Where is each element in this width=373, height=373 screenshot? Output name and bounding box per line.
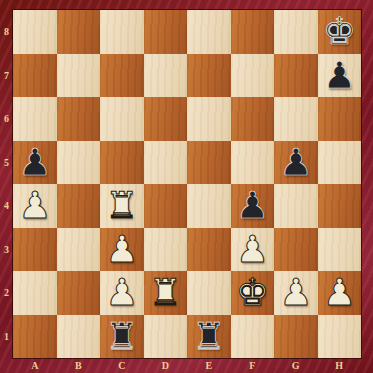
rank-label-5: 5: [0, 141, 13, 185]
black-pawn-f4[interactable]: ♟: [236, 184, 269, 227]
square-h1[interactable]: [318, 315, 362, 359]
rank-labels: 87654321: [0, 10, 13, 358]
chess-board: ♚♟♟♟♟♜♟♟♟♟♜♚♟♟♜♜: [13, 10, 361, 358]
file-label-b: B: [57, 358, 101, 373]
file-label-h: H: [318, 358, 362, 373]
file-label-a: A: [13, 358, 57, 373]
square-c7[interactable]: [100, 54, 144, 98]
black-rook-c1[interactable]: ♜: [105, 315, 138, 358]
square-f2[interactable]: ♚: [231, 271, 275, 315]
square-e7[interactable]: [187, 54, 231, 98]
white-rook-d2[interactable]: ♜: [149, 271, 182, 314]
square-h3[interactable]: [318, 228, 362, 272]
black-pawn-a5[interactable]: ♟: [18, 141, 51, 184]
square-a5[interactable]: ♟: [13, 141, 57, 185]
black-king-h8[interactable]: ♚: [323, 10, 356, 53]
square-d2[interactable]: ♜: [144, 271, 188, 315]
square-a4[interactable]: ♟: [13, 184, 57, 228]
square-g4[interactable]: [274, 184, 318, 228]
square-h5[interactable]: [318, 141, 362, 185]
white-pawn-c3[interactable]: ♟: [105, 228, 138, 271]
square-g8[interactable]: [274, 10, 318, 54]
square-g2[interactable]: ♟: [274, 271, 318, 315]
chess-board-frame: 87654321 ABCDEFGH ♚♟♟♟♟♜♟♟♟♟♜♚♟♟♜♜: [0, 0, 373, 373]
black-rook-e1[interactable]: ♜: [192, 315, 225, 358]
square-e2[interactable]: [187, 271, 231, 315]
square-b1[interactable]: [57, 315, 101, 359]
square-d4[interactable]: [144, 184, 188, 228]
square-c4[interactable]: ♜: [100, 184, 144, 228]
file-label-g: G: [274, 358, 318, 373]
square-c2[interactable]: ♟: [100, 271, 144, 315]
square-g5[interactable]: ♟: [274, 141, 318, 185]
square-h8[interactable]: ♚: [318, 10, 362, 54]
square-e4[interactable]: [187, 184, 231, 228]
square-b5[interactable]: [57, 141, 101, 185]
square-e5[interactable]: [187, 141, 231, 185]
square-c5[interactable]: [100, 141, 144, 185]
square-b3[interactable]: [57, 228, 101, 272]
square-b2[interactable]: [57, 271, 101, 315]
square-d5[interactable]: [144, 141, 188, 185]
square-d6[interactable]: [144, 97, 188, 141]
square-g1[interactable]: [274, 315, 318, 359]
black-pawn-h7[interactable]: ♟: [323, 54, 356, 97]
rank-label-8: 8: [0, 10, 13, 54]
square-b8[interactable]: [57, 10, 101, 54]
white-rook-c4[interactable]: ♜: [105, 184, 138, 227]
square-f1[interactable]: [231, 315, 275, 359]
white-pawn-f3[interactable]: ♟: [236, 228, 269, 271]
rank-label-4: 4: [0, 184, 13, 228]
square-h6[interactable]: [318, 97, 362, 141]
square-e1[interactable]: ♜: [187, 315, 231, 359]
square-f3[interactable]: ♟: [231, 228, 275, 272]
square-f6[interactable]: [231, 97, 275, 141]
square-c1[interactable]: ♜: [100, 315, 144, 359]
rank-label-3: 3: [0, 228, 13, 272]
square-h4[interactable]: [318, 184, 362, 228]
square-e3[interactable]: [187, 228, 231, 272]
file-labels: ABCDEFGH: [13, 358, 361, 373]
file-label-e: E: [187, 358, 231, 373]
square-a7[interactable]: [13, 54, 57, 98]
square-f4[interactable]: ♟: [231, 184, 275, 228]
rank-label-1: 1: [0, 315, 13, 359]
square-f8[interactable]: [231, 10, 275, 54]
square-h7[interactable]: ♟: [318, 54, 362, 98]
square-g3[interactable]: [274, 228, 318, 272]
square-a3[interactable]: [13, 228, 57, 272]
square-a8[interactable]: [13, 10, 57, 54]
square-a2[interactable]: [13, 271, 57, 315]
square-d8[interactable]: [144, 10, 188, 54]
square-c3[interactable]: ♟: [100, 228, 144, 272]
black-pawn-g5[interactable]: ♟: [279, 141, 312, 184]
square-c6[interactable]: [100, 97, 144, 141]
square-a1[interactable]: [13, 315, 57, 359]
file-label-c: C: [100, 358, 144, 373]
rank-label-2: 2: [0, 271, 13, 315]
rank-label-6: 6: [0, 97, 13, 141]
file-label-d: D: [144, 358, 188, 373]
square-b6[interactable]: [57, 97, 101, 141]
square-g7[interactable]: [274, 54, 318, 98]
rank-label-7: 7: [0, 54, 13, 98]
square-d3[interactable]: [144, 228, 188, 272]
square-a6[interactable]: [13, 97, 57, 141]
square-b4[interactable]: [57, 184, 101, 228]
square-h2[interactable]: ♟: [318, 271, 362, 315]
white-pawn-g2[interactable]: ♟: [279, 271, 312, 314]
white-pawn-a4[interactable]: ♟: [18, 184, 51, 227]
square-e6[interactable]: [187, 97, 231, 141]
white-pawn-c2[interactable]: ♟: [105, 271, 138, 314]
square-d7[interactable]: [144, 54, 188, 98]
square-b7[interactable]: [57, 54, 101, 98]
square-f5[interactable]: [231, 141, 275, 185]
white-king-f2[interactable]: ♚: [236, 271, 269, 314]
square-d1[interactable]: [144, 315, 188, 359]
white-pawn-h2[interactable]: ♟: [323, 271, 356, 314]
square-f7[interactable]: [231, 54, 275, 98]
square-g6[interactable]: [274, 97, 318, 141]
file-label-f: F: [231, 358, 275, 373]
square-e8[interactable]: [187, 10, 231, 54]
square-c8[interactable]: [100, 10, 144, 54]
